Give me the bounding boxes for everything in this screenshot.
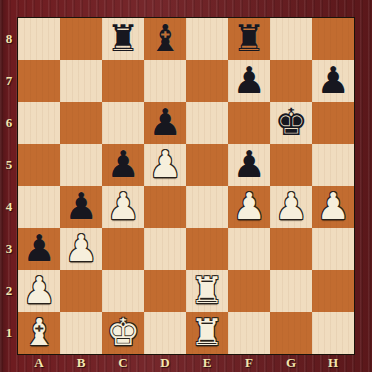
square-a5[interactable] <box>18 144 60 186</box>
rank-label-1: 1 <box>0 312 18 354</box>
square-c5[interactable]: ♟ <box>102 144 144 186</box>
white-pawn-g4[interactable]: ♟ <box>270 186 312 228</box>
square-b3[interactable]: ♟ <box>60 228 102 270</box>
white-pawn-c4[interactable]: ♟ <box>102 186 144 228</box>
black-bishop-d8[interactable]: ♝ <box>144 18 186 60</box>
file-label-g: G <box>270 354 312 372</box>
white-pawn-d5[interactable]: ♟ <box>144 144 186 186</box>
chess-board-frame: ♜♝♜♟♟♟♚♟♟♟♟♟♟♟♟♟♟♟♜♝♚♜ 87654321 ABCDEFGH <box>0 0 372 372</box>
square-g4[interactable]: ♟ <box>270 186 312 228</box>
square-b4[interactable]: ♟ <box>60 186 102 228</box>
square-a1[interactable]: ♝ <box>18 312 60 354</box>
square-h4[interactable]: ♟ <box>312 186 354 228</box>
square-d7[interactable] <box>144 60 186 102</box>
square-b6[interactable] <box>60 102 102 144</box>
square-f5[interactable]: ♟ <box>228 144 270 186</box>
square-g7[interactable] <box>270 60 312 102</box>
square-g6[interactable]: ♚ <box>270 102 312 144</box>
white-rook-e2[interactable]: ♜ <box>186 270 228 312</box>
square-c4[interactable]: ♟ <box>102 186 144 228</box>
white-rook-e1[interactable]: ♜ <box>186 312 228 354</box>
square-e3[interactable] <box>186 228 228 270</box>
file-label-c: C <box>102 354 144 372</box>
square-h7[interactable]: ♟ <box>312 60 354 102</box>
rank-label-2: 2 <box>0 270 18 312</box>
rank-label-6: 6 <box>0 102 18 144</box>
square-d8[interactable]: ♝ <box>144 18 186 60</box>
square-g8[interactable] <box>270 18 312 60</box>
square-e5[interactable] <box>186 144 228 186</box>
chess-board: ♜♝♜♟♟♟♚♟♟♟♟♟♟♟♟♟♟♟♜♝♚♜ <box>18 18 354 354</box>
square-d1[interactable] <box>144 312 186 354</box>
square-f6[interactable] <box>228 102 270 144</box>
square-f1[interactable] <box>228 312 270 354</box>
square-h6[interactable] <box>312 102 354 144</box>
square-a7[interactable] <box>18 60 60 102</box>
square-f7[interactable]: ♟ <box>228 60 270 102</box>
rank-label-8: 8 <box>0 18 18 60</box>
square-h5[interactable] <box>312 144 354 186</box>
square-a3[interactable]: ♟ <box>18 228 60 270</box>
square-d3[interactable] <box>144 228 186 270</box>
white-pawn-b3[interactable]: ♟ <box>60 228 102 270</box>
file-label-f: F <box>228 354 270 372</box>
black-pawn-d6[interactable]: ♟ <box>144 102 186 144</box>
black-pawn-h7[interactable]: ♟ <box>312 60 354 102</box>
square-a8[interactable] <box>18 18 60 60</box>
square-f3[interactable] <box>228 228 270 270</box>
file-label-d: D <box>144 354 186 372</box>
rank-label-3: 3 <box>0 228 18 270</box>
square-b8[interactable] <box>60 18 102 60</box>
black-pawn-c5[interactable]: ♟ <box>102 144 144 186</box>
square-h2[interactable] <box>312 270 354 312</box>
rank-label-4: 4 <box>0 186 18 228</box>
square-c1[interactable]: ♚ <box>102 312 144 354</box>
square-h3[interactable] <box>312 228 354 270</box>
black-rook-f8[interactable]: ♜ <box>228 18 270 60</box>
rank-label-5: 5 <box>0 144 18 186</box>
white-pawn-a2[interactable]: ♟ <box>18 270 60 312</box>
square-f4[interactable]: ♟ <box>228 186 270 228</box>
white-pawn-h4[interactable]: ♟ <box>312 186 354 228</box>
square-g1[interactable] <box>270 312 312 354</box>
black-pawn-b4[interactable]: ♟ <box>60 186 102 228</box>
square-e1[interactable]: ♜ <box>186 312 228 354</box>
square-g5[interactable] <box>270 144 312 186</box>
black-pawn-a3[interactable]: ♟ <box>18 228 60 270</box>
square-e7[interactable] <box>186 60 228 102</box>
square-e2[interactable]: ♜ <box>186 270 228 312</box>
square-d2[interactable] <box>144 270 186 312</box>
square-c7[interactable] <box>102 60 144 102</box>
file-label-b: B <box>60 354 102 372</box>
rank-label-7: 7 <box>0 60 18 102</box>
square-g3[interactable] <box>270 228 312 270</box>
square-a4[interactable] <box>18 186 60 228</box>
square-c8[interactable]: ♜ <box>102 18 144 60</box>
square-e8[interactable] <box>186 18 228 60</box>
square-f2[interactable] <box>228 270 270 312</box>
black-pawn-f5[interactable]: ♟ <box>228 144 270 186</box>
square-e6[interactable] <box>186 102 228 144</box>
square-h8[interactable] <box>312 18 354 60</box>
square-d5[interactable]: ♟ <box>144 144 186 186</box>
file-label-a: A <box>18 354 60 372</box>
square-d6[interactable]: ♟ <box>144 102 186 144</box>
black-king-g6[interactable]: ♚ <box>270 102 312 144</box>
black-pawn-f7[interactable]: ♟ <box>228 60 270 102</box>
square-b5[interactable] <box>60 144 102 186</box>
square-h1[interactable] <box>312 312 354 354</box>
square-b7[interactable] <box>60 60 102 102</box>
white-bishop-a1[interactable]: ♝ <box>18 312 60 354</box>
file-label-e: E <box>186 354 228 372</box>
file-label-h: H <box>312 354 354 372</box>
square-b2[interactable] <box>60 270 102 312</box>
square-a6[interactable] <box>18 102 60 144</box>
square-e4[interactable] <box>186 186 228 228</box>
square-d4[interactable] <box>144 186 186 228</box>
square-b1[interactable] <box>60 312 102 354</box>
square-f8[interactable]: ♜ <box>228 18 270 60</box>
square-c6[interactable] <box>102 102 144 144</box>
square-c2[interactable] <box>102 270 144 312</box>
square-c3[interactable] <box>102 228 144 270</box>
white-pawn-f4[interactable]: ♟ <box>228 186 270 228</box>
square-a2[interactable]: ♟ <box>18 270 60 312</box>
white-king-c1[interactable]: ♚ <box>102 312 144 354</box>
black-rook-c8[interactable]: ♜ <box>102 18 144 60</box>
square-g2[interactable] <box>270 270 312 312</box>
